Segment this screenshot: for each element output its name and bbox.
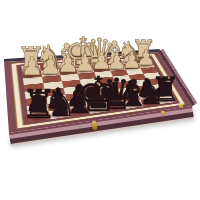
piece-white-bishop: ♝: [100, 37, 129, 69]
piece-shadow: [153, 98, 175, 104]
piece-white-pawn: ♟: [74, 51, 96, 75]
piece-shadow: [72, 68, 93, 74]
piece-black-pawn: ♟: [65, 83, 89, 110]
piece-white-pawn: ♟: [107, 49, 128, 72]
piece-black-pawn: ♟: [45, 85, 70, 113]
piece-shadow: [36, 65, 58, 71]
piece-white-rook: ♜: [16, 42, 47, 76]
piece-white-rook: ♜: [130, 37, 156, 66]
piece-shadow: [45, 112, 70, 119]
piece-white-king: ♚: [64, 31, 101, 73]
piece-black-pawn: ♟: [119, 78, 142, 103]
piece-white-pawn: ♟: [136, 48, 156, 70]
piece-shadow: [24, 115, 50, 123]
piece-white-knight: ♞: [116, 38, 142, 67]
piece-black-rook: ♜: [21, 86, 57, 126]
piece-black-pawn: ♟: [84, 81, 108, 108]
piece-shadow: [105, 66, 125, 72]
piece-shadow: [54, 64, 75, 70]
piece-shadow: [71, 63, 92, 69]
piece-shadow: [89, 67, 110, 73]
piece-black-bishop: ♝: [62, 80, 98, 120]
piece-black-knight: ♞: [43, 85, 77, 122]
piece-shadow: [37, 71, 59, 78]
piece-shadow: [63, 102, 87, 109]
piece-shadow: [149, 92, 170, 98]
piece-white-queen: ♛: [82, 34, 115, 71]
piece-black-queen: ♛: [97, 73, 135, 116]
pieces-layer: ♜♞♝♚♛♝♞♜♟♟♟♟♟♟♟♟♟♟♟♟♟♟♟♟♜♞♝♚♛♝♞♜: [0, 0, 200, 200]
chess-set-photo: ♜♞♝♚♛♝♞♜♟♟♟♟♟♟♟♟♟♟♟♟♟♟♟♟♜♞♝♚♛♝♞♜: [0, 0, 200, 200]
piece-shadow: [120, 102, 143, 109]
piece-black-bishop: ♝: [117, 75, 150, 112]
piece-white-pawn: ♟: [57, 52, 79, 77]
piece-shadow: [23, 107, 48, 115]
piece-white-knight: ♞: [35, 42, 64, 74]
piece-shadow: [137, 100, 159, 107]
piece-shadow: [103, 105, 126, 112]
piece-shadow: [65, 109, 90, 116]
piece-black-pawn: ♟: [102, 79, 125, 105]
piece-shadow: [84, 107, 108, 114]
piece-black-king: ♚: [77, 71, 120, 119]
piece-white-bishop: ♝: [51, 39, 82, 73]
piece-white-pawn: ♟: [91, 50, 112, 74]
piece-black-pawn: ♟: [25, 86, 51, 115]
piece-shadow: [19, 72, 42, 79]
piece-black-pawn: ♟: [136, 76, 158, 101]
piece-shadow: [134, 94, 156, 100]
piece-white-pawn: ♟: [122, 49, 142, 72]
piece-shadow: [55, 70, 77, 76]
piece-black-knight: ♞: [135, 76, 165, 109]
piece-white-pawn: ♟: [20, 54, 43, 80]
piece-white-pawn: ♟: [39, 53, 62, 78]
piece-black-pawn: ♟: [151, 75, 173, 99]
piece-shadow: [117, 60, 137, 66]
piece-black-rook: ♜: [151, 74, 181, 107]
piece-shadow: [134, 64, 154, 70]
piece-shadow: [44, 104, 69, 111]
piece-shadow: [18, 66, 40, 73]
piece-shadow: [82, 100, 106, 107]
piece-shadow: [120, 65, 140, 71]
piece-shadow: [100, 98, 123, 105]
piece-shadow: [87, 62, 107, 68]
piece-shadow: [102, 61, 122, 67]
piece-shadow: [132, 58, 151, 64]
piece-shadow: [117, 96, 139, 103]
